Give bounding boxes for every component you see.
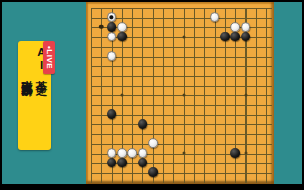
left-overlay-panel: AI革命之 碰大飞直接断 •LIVE [0, 0, 86, 190]
stone-black-F7[interactable] [138, 119, 148, 129]
letterbox-left [0, 0, 2, 190]
stone-black-D16[interactable] [117, 32, 127, 42]
stone-white-E4[interactable] [127, 148, 137, 158]
stone-white-Q17[interactable] [241, 22, 251, 32]
star-point [244, 152, 247, 155]
stone-black-G2[interactable] [148, 167, 158, 177]
stone-black-P4[interactable] [230, 148, 240, 158]
video-frame: AI革命之 碰大飞直接断 •LIVE [0, 0, 304, 190]
stone-white-N18[interactable] [210, 12, 220, 22]
star-point [120, 93, 123, 96]
stone-white-D17[interactable] [117, 22, 127, 32]
stone-white-C14[interactable] [107, 51, 117, 61]
star-point [182, 35, 185, 38]
go-board[interactable] [86, 2, 274, 184]
star-point [182, 152, 185, 155]
stone-black-C3[interactable] [107, 158, 117, 168]
star-point [182, 93, 185, 96]
stone-white-C4[interactable] [107, 148, 117, 158]
stone-white-P17[interactable] [230, 22, 240, 32]
stone-black-C8[interactable] [107, 109, 117, 119]
live-badge: •LIVE [43, 41, 55, 74]
stone-black-D3[interactable] [117, 158, 127, 168]
stone-black-P16[interactable] [230, 32, 240, 42]
stone-black-C17[interactable] [107, 22, 117, 32]
letterbox-top [0, 0, 304, 2]
banner-title-line2: 碰大飞直接断 [21, 71, 32, 77]
go-board-grid[interactable] [91, 8, 272, 184]
stone-white-D4[interactable] [117, 148, 127, 158]
stone-black-Q16[interactable] [241, 32, 251, 42]
stone-white-C18[interactable] [107, 12, 117, 22]
stone-black-F3[interactable] [138, 158, 148, 168]
stone-white-G5[interactable] [148, 138, 158, 148]
marker-dot-B17 [99, 25, 104, 30]
letterbox-bottom [0, 184, 304, 190]
stone-black-O16[interactable] [220, 32, 230, 42]
live-badge-label: •LIVE [45, 46, 53, 69]
star-point [244, 93, 247, 96]
letterbox-right [302, 0, 304, 190]
stone-white-F4[interactable] [138, 148, 148, 158]
stone-white-C16[interactable] [107, 32, 117, 42]
